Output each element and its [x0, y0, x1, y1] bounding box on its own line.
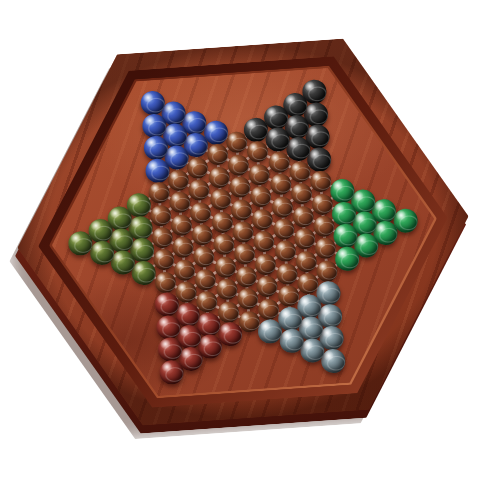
marble-brown[interactable] [227, 154, 249, 176]
marble-brown[interactable] [248, 163, 270, 185]
marble-brown[interactable] [154, 271, 176, 293]
marble-brown[interactable] [256, 275, 278, 297]
marble-brown[interactable] [247, 141, 269, 163]
marble-brown[interactable] [173, 259, 195, 281]
marble-brown[interactable] [212, 233, 234, 255]
marble-brown[interactable] [226, 131, 248, 153]
marble-brown[interactable] [209, 189, 231, 211]
board-rim [5, 31, 482, 434]
marble-brown[interactable] [274, 240, 296, 262]
marble-brown[interactable] [170, 214, 192, 236]
marble-slate[interactable] [321, 348, 347, 374]
marble-brown[interactable] [254, 253, 276, 275]
marble-brown[interactable] [235, 266, 257, 288]
marble-brown[interactable] [295, 250, 317, 272]
marble-brown[interactable] [196, 291, 218, 313]
marble-brown[interactable] [206, 144, 228, 166]
marble-brown[interactable] [290, 183, 312, 205]
marble-brown[interactable] [208, 166, 230, 188]
marble-brown[interactable] [269, 173, 291, 195]
marble-brown[interactable] [292, 205, 314, 227]
marble-brown[interactable] [191, 224, 213, 246]
marble-malachite[interactable] [334, 246, 360, 272]
marble-brown[interactable] [289, 161, 311, 183]
marble-brown[interactable] [258, 298, 280, 320]
marble-brown[interactable] [215, 278, 237, 300]
marble-brown[interactable] [251, 208, 273, 230]
marble-brown[interactable] [315, 237, 337, 259]
marble-brown[interactable] [229, 176, 251, 198]
marble-black[interactable] [307, 146, 333, 172]
marble-brown[interactable] [147, 182, 169, 204]
marble-brown[interactable] [272, 218, 294, 240]
marble-brown[interactable] [186, 156, 208, 178]
marble-brown[interactable] [230, 198, 252, 220]
marble-brown[interactable] [151, 226, 173, 248]
marble-brown[interactable] [310, 170, 332, 192]
marble-brown[interactable] [297, 272, 319, 294]
marble-brown[interactable] [169, 191, 191, 213]
product-photo-stage [0, 0, 500, 500]
marble-brown[interactable] [316, 260, 338, 282]
marble-brown[interactable] [293, 228, 315, 250]
marble-brown[interactable] [313, 215, 335, 237]
marble-brown[interactable] [238, 310, 260, 332]
star-hole-lattice [5, 31, 482, 434]
marble-brown[interactable] [190, 201, 212, 223]
marble-red[interactable] [158, 359, 184, 385]
marble-brown[interactable] [175, 281, 197, 303]
marble-brown[interactable] [277, 285, 299, 307]
marble-brown[interactable] [211, 211, 233, 233]
marble-brown[interactable] [271, 196, 293, 218]
marble-brown[interactable] [194, 268, 216, 290]
marble-brown[interactable] [149, 204, 171, 226]
marble-brown[interactable] [167, 169, 189, 191]
chinese-checkers-board [5, 31, 482, 434]
marble-brown[interactable] [253, 231, 275, 253]
marble-brown[interactable] [188, 179, 210, 201]
marble-brown[interactable] [233, 243, 255, 265]
marble-brown[interactable] [152, 249, 174, 271]
marble-olive[interactable] [131, 260, 157, 286]
marble-brown[interactable] [250, 186, 272, 208]
marble-brown[interactable] [276, 263, 298, 285]
marble-brown[interactable] [214, 256, 236, 278]
marble-blue[interactable] [144, 158, 170, 184]
marble-brown[interactable] [172, 236, 194, 258]
marble-brown[interactable] [311, 193, 333, 215]
marble-brown[interactable] [217, 301, 239, 323]
marble-brown[interactable] [268, 151, 290, 173]
marble-brown[interactable] [232, 221, 254, 243]
marble-brown[interactable] [236, 288, 258, 310]
marble-brown[interactable] [193, 246, 215, 268]
